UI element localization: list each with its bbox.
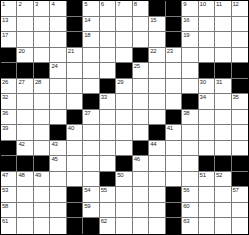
clue-number-27: 27: [18, 79, 24, 86]
cell-r2c15[interactable]: [232, 17, 248, 33]
cell-r9c5[interactable]: 40: [67, 125, 83, 141]
cell-r8c2[interactable]: [17, 110, 33, 126]
black-cell-r3c5: [67, 32, 83, 48]
cell-r5c9[interactable]: 25: [133, 63, 149, 79]
clue-number-62: 62: [101, 218, 107, 225]
clue-number-37: 37: [84, 110, 90, 117]
cell-r10c5[interactable]: [67, 141, 83, 157]
clue-number-28: 28: [35, 79, 41, 86]
black-cell-r14c5: [67, 203, 83, 219]
black-cell-r12c7: [100, 172, 116, 188]
cell-r6c11[interactable]: [166, 79, 182, 95]
clue-number-4: 4: [51, 1, 54, 8]
cell-r13c4[interactable]: [50, 187, 66, 203]
cell-r15c9[interactable]: [133, 218, 149, 234]
cell-r10c10[interactable]: 44: [149, 141, 165, 157]
clue-number-32: 32: [2, 94, 8, 101]
cell-r9c11[interactable]: 41: [166, 125, 182, 141]
cell-r12c14[interactable]: 52: [215, 172, 231, 188]
clue-number-45: 45: [51, 156, 57, 163]
clue-number-1: 1: [2, 1, 5, 8]
clue-number-29: 29: [117, 79, 123, 86]
cell-r1c9[interactable]: 8: [133, 1, 149, 17]
black-cell-r7c12: [182, 94, 198, 110]
cell-r9c1[interactable]: 39: [1, 125, 17, 141]
cell-r13c14[interactable]: [215, 187, 231, 203]
cell-r3c13[interactable]: [199, 32, 215, 48]
clue-number-51: 51: [200, 172, 206, 179]
black-cell-r11c2: [17, 156, 33, 172]
cell-r14c1[interactable]: 58: [1, 203, 17, 219]
clue-number-58: 58: [2, 203, 8, 210]
cell-r8c7[interactable]: [100, 110, 116, 126]
cell-r6c8[interactable]: 29: [116, 79, 132, 95]
cell-r12c12[interactable]: [182, 172, 198, 188]
cell-r4c13[interactable]: [199, 48, 215, 64]
cell-r9c12[interactable]: [182, 125, 198, 141]
clue-number-34: 34: [200, 94, 206, 101]
cell-r12c9[interactable]: [133, 172, 149, 188]
cell-r10c8[interactable]: [116, 141, 132, 157]
cell-r1c8[interactable]: 7: [116, 1, 132, 17]
clue-number-23: 23: [167, 48, 173, 55]
clue-number-8: 8: [134, 1, 137, 8]
cell-r8c4[interactable]: [50, 110, 66, 126]
clue-number-30: 30: [200, 79, 206, 86]
cell-r12c4[interactable]: [50, 172, 66, 188]
cell-r15c2[interactable]: [17, 218, 33, 234]
crossword-grid: 1234567891011121314151617181920212223242…: [0, 0, 249, 235]
clue-number-26: 26: [2, 79, 8, 86]
black-cell-r7c6: [83, 94, 99, 110]
black-cell-r5c8: [116, 63, 132, 79]
cell-r1c14[interactable]: 11: [215, 1, 231, 17]
black-cell-r11c3: [34, 156, 50, 172]
cell-r10c15[interactable]: [232, 141, 248, 157]
cell-r15c12[interactable]: 63: [182, 218, 198, 234]
cell-r12c2[interactable]: 48: [17, 172, 33, 188]
cell-r7c9[interactable]: [133, 94, 149, 110]
cell-r7c15[interactable]: 35: [232, 94, 248, 110]
cell-r8c1[interactable]: 36: [1, 110, 17, 126]
black-cell-r2c11: [166, 17, 182, 33]
cell-r8c14[interactable]: [215, 110, 231, 126]
cell-r3c8[interactable]: [116, 32, 132, 48]
cell-r1c1[interactable]: 1: [1, 1, 17, 17]
cell-r2c4[interactable]: [50, 17, 66, 33]
black-cell-r2c5: [67, 17, 83, 33]
black-cell-r5c14: [215, 63, 231, 79]
cell-r13c1[interactable]: 53: [1, 187, 17, 203]
cell-r8c12[interactable]: 38: [182, 110, 198, 126]
cell-r6c13[interactable]: 30: [199, 79, 215, 95]
clue-number-13: 13: [2, 17, 8, 24]
cell-r15c8[interactable]: [116, 218, 132, 234]
black-cell-r5c1: [1, 63, 17, 79]
black-cell-r14c11: [166, 203, 182, 219]
cell-r6c1[interactable]: 26: [1, 79, 17, 95]
cell-r12c3[interactable]: 49: [34, 172, 50, 188]
cell-r8c9[interactable]: [133, 110, 149, 126]
cell-r14c3[interactable]: [34, 203, 50, 219]
cell-r6c10[interactable]: [149, 79, 165, 95]
cell-r14c8[interactable]: [116, 203, 132, 219]
cell-r13c10[interactable]: [149, 187, 165, 203]
cell-r10c2[interactable]: 42: [17, 141, 33, 157]
cell-r10c12[interactable]: [182, 141, 198, 157]
cell-r2c2[interactable]: [17, 17, 33, 33]
cell-r14c10[interactable]: [149, 203, 165, 219]
clue-number-21: 21: [68, 48, 74, 55]
cell-r2c8[interactable]: [116, 17, 132, 33]
cell-r15c15[interactable]: [232, 218, 248, 234]
cell-r6c2[interactable]: 27: [17, 79, 33, 95]
cell-r11c11[interactable]: [166, 156, 182, 172]
cell-r11c9[interactable]: 46: [133, 156, 149, 172]
clue-number-55: 55: [101, 187, 107, 194]
cell-r4c2[interactable]: 20: [17, 48, 33, 64]
cell-r5c7[interactable]: [100, 63, 116, 79]
cell-r9c8[interactable]: [116, 125, 132, 141]
clue-number-9: 9: [183, 1, 186, 8]
clue-number-56: 56: [183, 187, 189, 194]
clue-number-48: 48: [18, 172, 24, 179]
cell-r6c14[interactable]: 31: [215, 79, 231, 95]
cell-r5c6[interactable]: [83, 63, 99, 79]
cell-r7c13[interactable]: 34: [199, 94, 215, 110]
cell-r4c5[interactable]: 21: [67, 48, 83, 64]
cell-r2c6[interactable]: 14: [83, 17, 99, 33]
cell-r10c3[interactable]: [34, 141, 50, 157]
black-cell-r5c13: [199, 63, 215, 79]
cell-r6c12[interactable]: [182, 79, 198, 95]
black-cell-r9c10: [149, 125, 165, 141]
cell-r8c3[interactable]: [34, 110, 50, 126]
cell-r4c11[interactable]: 23: [166, 48, 182, 64]
cell-r6c4[interactable]: [50, 79, 66, 95]
clue-number-16: 16: [183, 17, 189, 24]
cell-r3c12[interactable]: 19: [182, 32, 198, 48]
cell-r15c1[interactable]: 61: [1, 218, 17, 234]
black-cell-r6c15: [232, 79, 248, 95]
cell-r13c7[interactable]: 55: [100, 187, 116, 203]
clue-number-31: 31: [216, 79, 222, 86]
black-cell-r4c1: [1, 48, 17, 64]
clue-number-40: 40: [68, 125, 74, 132]
cell-r7c11[interactable]: [166, 94, 182, 110]
cell-r4c4[interactable]: [50, 48, 66, 64]
cell-r1c4[interactable]: 4: [50, 1, 66, 17]
cell-r8c13[interactable]: [199, 110, 215, 126]
cell-r10c6[interactable]: [83, 141, 99, 157]
clue-number-15: 15: [150, 17, 156, 24]
cell-r3c4[interactable]: [50, 32, 66, 48]
cell-r1c13[interactable]: 10: [199, 1, 215, 17]
cell-r5c12[interactable]: [182, 63, 198, 79]
cell-r14c15[interactable]: [232, 203, 248, 219]
cell-r9c13[interactable]: [199, 125, 215, 141]
cell-r8c15[interactable]: [232, 110, 248, 126]
black-cell-r10c1: [1, 141, 17, 157]
cell-r12c8[interactable]: 50: [116, 172, 132, 188]
black-cell-r11c1: [1, 156, 17, 172]
clue-number-24: 24: [51, 63, 57, 70]
clue-number-60: 60: [183, 203, 189, 210]
cell-r6c9[interactable]: [133, 79, 149, 95]
clue-number-46: 46: [134, 156, 140, 163]
cell-r6c6[interactable]: [83, 79, 99, 95]
cell-r1c3[interactable]: 3: [34, 1, 50, 17]
clue-number-42: 42: [18, 141, 24, 148]
clue-number-12: 12: [233, 1, 239, 8]
clue-number-52: 52: [216, 172, 222, 179]
cell-r14c14[interactable]: [215, 203, 231, 219]
clue-number-61: 61: [2, 218, 8, 225]
cell-r11c4[interactable]: 45: [50, 156, 66, 172]
cell-r3c9[interactable]: [133, 32, 149, 48]
cell-r3c3[interactable]: [34, 32, 50, 48]
cell-r1c12[interactable]: 9: [182, 1, 198, 17]
black-cell-r10c9: [133, 141, 149, 157]
black-cell-r11c8: [116, 156, 132, 172]
black-cell-r6c7: [100, 79, 116, 95]
cell-r7c1[interactable]: 32: [1, 94, 17, 110]
cell-r4c8[interactable]: [116, 48, 132, 64]
cell-r13c6[interactable]: 54: [83, 187, 99, 203]
cell-r2c7[interactable]: [100, 17, 116, 33]
clue-number-47: 47: [2, 172, 8, 179]
cell-r3c14[interactable]: [215, 32, 231, 48]
cell-r7c3[interactable]: [34, 94, 50, 110]
cell-r11c5[interactable]: [67, 156, 83, 172]
cell-r13c3[interactable]: [34, 187, 50, 203]
black-cell-r8c5: [67, 110, 83, 126]
black-cell-r9c4: [50, 125, 66, 141]
cell-r12c1[interactable]: 47: [1, 172, 17, 188]
cell-r14c12[interactable]: 60: [182, 203, 198, 219]
cell-r14c4[interactable]: [50, 203, 66, 219]
cell-r13c15[interactable]: 57: [232, 187, 248, 203]
cell-r10c7[interactable]: [100, 141, 116, 157]
cell-r15c4[interactable]: [50, 218, 66, 234]
cell-r5c5[interactable]: [67, 63, 83, 79]
cell-r13c13[interactable]: [199, 187, 215, 203]
clue-number-20: 20: [18, 48, 24, 55]
cell-r1c2[interactable]: 2: [17, 1, 33, 17]
cell-r7c7[interactable]: 33: [100, 94, 116, 110]
cell-r6c3[interactable]: 28: [34, 79, 50, 95]
cell-r7c8[interactable]: [116, 94, 132, 110]
cell-r1c7[interactable]: 6: [100, 1, 116, 17]
black-cell-r4c9: [133, 48, 149, 64]
cell-r2c1[interactable]: 13: [1, 17, 17, 33]
cell-r10c14[interactable]: [215, 141, 231, 157]
cell-r4c10[interactable]: 22: [149, 48, 165, 64]
black-cell-r1c5: [67, 1, 83, 17]
clue-number-7: 7: [117, 1, 120, 8]
clue-number-11: 11: [216, 1, 222, 8]
cell-r15c3[interactable]: [34, 218, 50, 234]
cell-r15c7[interactable]: 62: [100, 218, 116, 234]
cell-r11c7[interactable]: [100, 156, 116, 172]
clue-number-54: 54: [84, 187, 90, 194]
clue-number-33: 33: [101, 94, 107, 101]
cell-r14c9[interactable]: [133, 203, 149, 219]
cell-r15c13[interactable]: [199, 218, 215, 234]
clue-number-19: 19: [183, 32, 189, 39]
cell-r5c4[interactable]: 24: [50, 63, 66, 79]
clue-number-6: 6: [101, 1, 104, 8]
clue-number-57: 57: [233, 187, 239, 194]
cell-r4c3[interactable]: [34, 48, 50, 64]
clue-number-39: 39: [2, 125, 8, 132]
cell-r2c10[interactable]: 15: [149, 17, 165, 33]
cell-r10c4[interactable]: 43: [50, 141, 66, 157]
cell-r12c11[interactable]: [166, 172, 182, 188]
clue-number-38: 38: [183, 110, 189, 117]
clue-number-18: 18: [84, 32, 90, 39]
cell-r3c10[interactable]: [149, 32, 165, 48]
cell-r2c9[interactable]: [133, 17, 149, 33]
cell-r8c6[interactable]: 37: [83, 110, 99, 126]
cell-r11c10[interactable]: [149, 156, 165, 172]
cell-r5c10[interactable]: [149, 63, 165, 79]
black-cell-r15c11: [166, 218, 182, 234]
cell-r9c9[interactable]: [133, 125, 149, 141]
clue-number-50: 50: [117, 172, 123, 179]
cell-r2c14[interactable]: [215, 17, 231, 33]
black-cell-r13c11: [166, 187, 182, 203]
cell-r12c6[interactable]: [83, 172, 99, 188]
cell-r4c14[interactable]: [215, 48, 231, 64]
clue-number-17: 17: [2, 32, 8, 39]
clue-number-59: 59: [84, 203, 90, 210]
black-cell-r12c15: [232, 172, 248, 188]
cell-r4c15[interactable]: [232, 48, 248, 64]
cell-r12c5[interactable]: [67, 172, 83, 188]
cell-r11c12[interactable]: [182, 156, 198, 172]
cell-r3c7[interactable]: [100, 32, 116, 48]
clue-number-25: 25: [134, 63, 140, 70]
cell-r3c6[interactable]: 18: [83, 32, 99, 48]
cell-r9c7[interactable]: [100, 125, 116, 141]
black-cell-r5c3: [34, 63, 50, 79]
black-cell-r11c14: [215, 156, 231, 172]
cell-r14c2[interactable]: [17, 203, 33, 219]
cell-r11c6[interactable]: [83, 156, 99, 172]
clue-number-49: 49: [35, 172, 41, 179]
cell-r14c13[interactable]: [199, 203, 215, 219]
cell-r3c2[interactable]: [17, 32, 33, 48]
clue-number-3: 3: [35, 1, 38, 8]
clue-number-2: 2: [18, 1, 21, 8]
cell-r8c8[interactable]: [116, 110, 132, 126]
clue-number-36: 36: [2, 110, 8, 117]
black-cell-r15c5: [67, 218, 83, 234]
cell-r2c13[interactable]: [199, 17, 215, 33]
cell-r14c7[interactable]: [100, 203, 116, 219]
clue-number-35: 35: [233, 94, 239, 101]
cell-r9c6[interactable]: [83, 125, 99, 141]
clue-number-14: 14: [84, 17, 90, 24]
cell-r9c15[interactable]: [232, 125, 248, 141]
cell-r3c1[interactable]: 17: [1, 32, 17, 48]
black-cell-r15c6: [83, 218, 99, 234]
cell-r10c11[interactable]: [166, 141, 182, 157]
cell-r4c12[interactable]: [182, 48, 198, 64]
cell-r13c9[interactable]: [133, 187, 149, 203]
cell-r14c6[interactable]: 59: [83, 203, 99, 219]
cell-r2c3[interactable]: [34, 17, 50, 33]
black-cell-r1c11: [166, 1, 182, 17]
black-cell-r8c11: [166, 110, 182, 126]
cell-r10c13[interactable]: [199, 141, 215, 157]
cell-r6c5[interactable]: [67, 79, 83, 95]
black-cell-r5c15: [232, 63, 248, 79]
cell-r9c2[interactable]: [17, 125, 33, 141]
black-cell-r1c10: [149, 1, 165, 17]
clue-number-5: 5: [84, 1, 87, 8]
clue-number-53: 53: [2, 187, 8, 194]
cell-r4c7[interactable]: [100, 48, 116, 64]
cell-r7c2[interactable]: [17, 94, 33, 110]
clue-number-22: 22: [150, 48, 156, 55]
cell-r15c10[interactable]: [149, 218, 165, 234]
black-cell-r13c5: [67, 187, 83, 203]
clue-number-63: 63: [183, 218, 189, 225]
cell-r7c5[interactable]: [67, 94, 83, 110]
cell-r9c14[interactable]: [215, 125, 231, 141]
cell-r13c2[interactable]: [17, 187, 33, 203]
clue-number-43: 43: [51, 141, 57, 148]
cell-r2c12[interactable]: 16: [182, 17, 198, 33]
black-cell-r11c13: [199, 156, 215, 172]
clue-number-41: 41: [167, 125, 173, 132]
cell-r7c10[interactable]: [149, 94, 165, 110]
cell-r13c8[interactable]: [116, 187, 132, 203]
cell-r12c13[interactable]: 51: [199, 172, 215, 188]
cell-r1c15[interactable]: 12: [232, 1, 248, 17]
cell-r15c14[interactable]: [215, 218, 231, 234]
cell-r13c12[interactable]: 56: [182, 187, 198, 203]
cell-r4c6[interactable]: [83, 48, 99, 64]
clue-number-44: 44: [150, 141, 156, 148]
cell-r9c3[interactable]: [34, 125, 50, 141]
cell-r7c4[interactable]: [50, 94, 66, 110]
black-cell-r3c11: [166, 32, 182, 48]
cell-r5c11[interactable]: [166, 63, 182, 79]
cell-r8c10[interactable]: [149, 110, 165, 126]
cell-r1c6[interactable]: 5: [83, 1, 99, 17]
cell-r7c14[interactable]: [215, 94, 231, 110]
clue-number-10: 10: [200, 1, 206, 8]
black-cell-r5c2: [17, 63, 33, 79]
cell-r12c10[interactable]: [149, 172, 165, 188]
black-cell-r11c15: [232, 156, 248, 172]
cell-r3c15[interactable]: [232, 32, 248, 48]
